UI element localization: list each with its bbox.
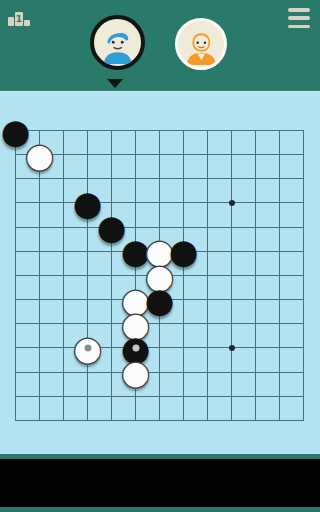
board-cell[interactable] <box>63 251 87 275</box>
board-cell[interactable] <box>279 130 303 154</box>
hamburger-menu-icon[interactable] <box>288 8 310 28</box>
star-point <box>85 345 91 351</box>
board-cell[interactable] <box>15 299 39 323</box>
board-cell[interactable] <box>135 178 159 202</box>
board-cell[interactable] <box>159 323 183 347</box>
board-cell[interactable] <box>87 227 111 251</box>
podium-bar-second <box>8 17 14 26</box>
board-cell[interactable] <box>111 202 135 226</box>
board-cell[interactable] <box>111 251 135 275</box>
board-cell[interactable] <box>15 227 39 251</box>
board-cell[interactable] <box>159 347 183 371</box>
board-cell[interactable] <box>255 130 279 154</box>
board-cell[interactable] <box>15 323 39 347</box>
board-cell[interactable] <box>255 202 279 226</box>
board-cell[interactable] <box>63 396 87 420</box>
board-cell[interactable] <box>231 178 255 202</box>
board-cell[interactable] <box>183 396 207 420</box>
board-cell[interactable] <box>111 154 135 178</box>
board-cell[interactable] <box>39 130 63 154</box>
board-cell[interactable] <box>135 347 159 371</box>
board-cell[interactable] <box>279 347 303 371</box>
board-cell[interactable] <box>207 251 231 275</box>
board-cell[interactable] <box>279 251 303 275</box>
board-cell[interactable] <box>111 299 135 323</box>
board-cell[interactable] <box>87 396 111 420</box>
board-cell[interactable] <box>159 299 183 323</box>
board-cell[interactable] <box>111 347 135 371</box>
board-cell[interactable] <box>15 275 39 299</box>
board-cell[interactable] <box>39 275 63 299</box>
board-cell[interactable] <box>255 251 279 275</box>
leaderboard-podium-icon[interactable]: 1 <box>8 10 32 26</box>
board-cell[interactable] <box>279 227 303 251</box>
turn-indicator-triangle <box>107 79 123 88</box>
board-cell[interactable] <box>231 275 255 299</box>
board-cell[interactable] <box>87 154 111 178</box>
board-cell[interactable] <box>87 347 111 371</box>
board-cell[interactable] <box>63 275 87 299</box>
board-cell[interactable] <box>15 154 39 178</box>
board-cell[interactable] <box>231 347 255 371</box>
board-cell[interactable] <box>63 202 87 226</box>
board-cell[interactable] <box>15 202 39 226</box>
board-cell[interactable] <box>159 372 183 396</box>
board-cell[interactable] <box>15 251 39 275</box>
board-cell[interactable] <box>135 275 159 299</box>
board-cell[interactable] <box>135 227 159 251</box>
star-point <box>85 200 91 206</box>
board-cell[interactable] <box>207 299 231 323</box>
board-cell[interactable] <box>255 227 279 251</box>
board-cell[interactable] <box>39 396 63 420</box>
board-cell[interactable] <box>183 130 207 154</box>
star-point <box>229 345 235 351</box>
board-cell[interactable] <box>183 251 207 275</box>
board-cell[interactable] <box>87 275 111 299</box>
board-cell[interactable] <box>207 202 231 226</box>
board-cell[interactable] <box>183 178 207 202</box>
board-cell[interactable] <box>111 372 135 396</box>
board-cell[interactable] <box>183 202 207 226</box>
board-cell[interactable] <box>183 347 207 371</box>
board-cell[interactable] <box>39 347 63 371</box>
board-cell[interactable] <box>87 178 111 202</box>
board-cell[interactable] <box>39 227 63 251</box>
board-cell[interactable] <box>87 251 111 275</box>
board-cell[interactable] <box>231 372 255 396</box>
board-cell[interactable] <box>183 372 207 396</box>
board-cell[interactable] <box>231 396 255 420</box>
board-cell[interactable] <box>15 130 39 154</box>
board-cell[interactable] <box>183 299 207 323</box>
board-cell[interactable] <box>231 251 255 275</box>
board-cell[interactable] <box>135 323 159 347</box>
board-cell[interactable] <box>63 323 87 347</box>
board-cell[interactable] <box>39 178 63 202</box>
board-cell[interactable] <box>63 130 87 154</box>
board-cell[interactable] <box>135 202 159 226</box>
board-cell[interactable] <box>279 299 303 323</box>
board-cell[interactable] <box>87 372 111 396</box>
board-cell[interactable] <box>207 178 231 202</box>
board-cell[interactable] <box>279 178 303 202</box>
board-cell[interactable] <box>87 130 111 154</box>
board-cell[interactable] <box>159 178 183 202</box>
board-cell[interactable] <box>135 154 159 178</box>
board-cell[interactable] <box>255 154 279 178</box>
board-cell[interactable] <box>39 323 63 347</box>
star-point <box>157 273 163 279</box>
board-cell[interactable] <box>255 396 279 420</box>
board-cell[interactable] <box>63 227 87 251</box>
board-cell[interactable] <box>111 227 135 251</box>
board-cell[interactable] <box>159 396 183 420</box>
board-cell[interactable] <box>231 299 255 323</box>
board-cell[interactable] <box>15 178 39 202</box>
board-cell[interactable] <box>159 202 183 226</box>
board-cell[interactable] <box>207 372 231 396</box>
board-cell[interactable] <box>255 347 279 371</box>
board-cell[interactable] <box>279 396 303 420</box>
board-cell[interactable] <box>159 227 183 251</box>
board-cell[interactable] <box>279 154 303 178</box>
board-cell[interactable] <box>111 275 135 299</box>
board-cell[interactable] <box>183 275 207 299</box>
board-cell[interactable] <box>111 396 135 420</box>
board-cell[interactable] <box>39 299 63 323</box>
board-cell[interactable] <box>87 299 111 323</box>
board-cell[interactable] <box>279 323 303 347</box>
board-cell[interactable] <box>207 130 231 154</box>
board-cell[interactable] <box>231 154 255 178</box>
board-cell[interactable] <box>111 178 135 202</box>
podium-rank-label: 1 <box>16 15 22 24</box>
board-cell[interactable] <box>135 251 159 275</box>
board-cell[interactable] <box>63 154 87 178</box>
board-cell[interactable] <box>183 323 207 347</box>
board-cell[interactable] <box>135 130 159 154</box>
board-cell[interactable] <box>255 275 279 299</box>
app-screen: 1 <box>0 0 320 512</box>
board-cell[interactable] <box>39 372 63 396</box>
board-cell[interactable] <box>231 130 255 154</box>
board-cell[interactable] <box>255 299 279 323</box>
board-cell[interactable] <box>255 372 279 396</box>
board-cell[interactable] <box>159 251 183 275</box>
board-cell[interactable] <box>39 202 63 226</box>
board-cell[interactable] <box>207 347 231 371</box>
board-cell[interactable] <box>63 347 87 371</box>
board-cell[interactable] <box>87 202 111 226</box>
star-point <box>229 200 235 206</box>
board-cell[interactable] <box>111 323 135 347</box>
board-cell[interactable] <box>63 299 87 323</box>
header: 1 <box>0 0 320 91</box>
board-cell[interactable] <box>279 275 303 299</box>
board-cell[interactable] <box>159 275 183 299</box>
board-grid[interactable]: ●●●●●●●●●●●●●● <box>15 130 304 421</box>
board-cell[interactable] <box>111 130 135 154</box>
board-cell[interactable] <box>279 372 303 396</box>
board-cell[interactable] <box>255 323 279 347</box>
board-cell[interactable] <box>159 130 183 154</box>
board-cell[interactable] <box>15 396 39 420</box>
board-section: ●●●●●●●●●●●●●● <box>0 91 320 454</box>
board-cell[interactable] <box>39 154 63 178</box>
player-blue-avatar <box>90 15 145 70</box>
blue-person-icon <box>98 25 137 64</box>
board-cell[interactable] <box>135 299 159 323</box>
board-cell[interactable] <box>159 154 183 178</box>
board-cell[interactable] <box>207 275 231 299</box>
board-cell[interactable] <box>63 178 87 202</box>
board-cell[interactable] <box>135 372 159 396</box>
board-cell[interactable] <box>135 396 159 420</box>
board-cell[interactable] <box>231 227 255 251</box>
orange-person-icon <box>182 27 221 66</box>
board-cell[interactable] <box>183 227 207 251</box>
ad-banner[interactable] <box>0 459 320 507</box>
board-cell[interactable] <box>255 178 279 202</box>
board-cell[interactable] <box>207 396 231 420</box>
board-cell[interactable] <box>15 347 39 371</box>
board-cell[interactable] <box>279 202 303 226</box>
board-cell[interactable] <box>183 154 207 178</box>
board-cell[interactable] <box>15 372 39 396</box>
board-cell[interactable] <box>87 323 111 347</box>
board-cell[interactable] <box>207 323 231 347</box>
board-cell[interactable] <box>39 251 63 275</box>
board-cell[interactable] <box>231 323 255 347</box>
podium-bar-first: 1 <box>15 12 23 26</box>
board-cell[interactable] <box>63 372 87 396</box>
board-cell[interactable] <box>207 227 231 251</box>
board-cell[interactable] <box>231 202 255 226</box>
board-cell[interactable] <box>207 154 231 178</box>
player-orange-avatar <box>175 18 227 70</box>
podium-bar-third <box>24 20 30 26</box>
